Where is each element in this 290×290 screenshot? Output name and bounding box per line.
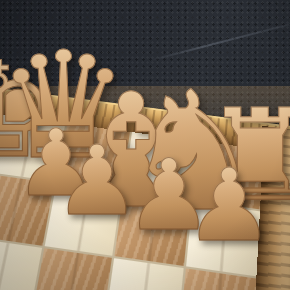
pieces-layer: ♚♛♝♞♜♟♟♟♟ <box>0 0 290 290</box>
chess-photo-stage: ♚♛♝♞♜♟♟♟♟ <box>0 0 290 290</box>
chess-piece-pawn: ♟ <box>184 156 274 256</box>
